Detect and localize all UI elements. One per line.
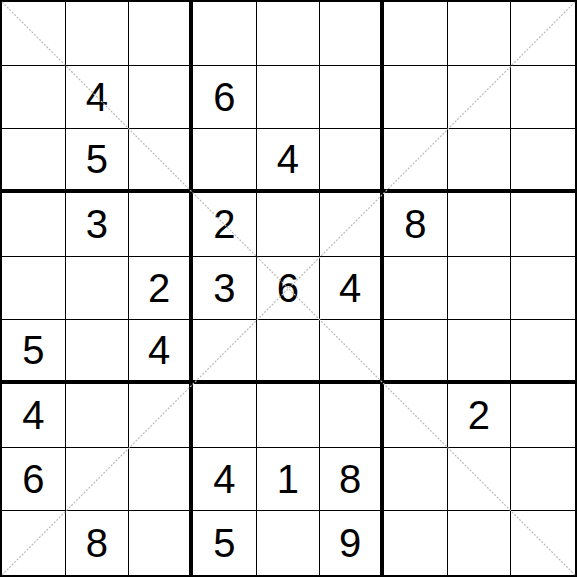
cell-r9c7[interactable] xyxy=(384,511,448,575)
cell-r2c3[interactable] xyxy=(129,66,193,130)
cell-r6c7[interactable] xyxy=(384,320,448,384)
cell-r4c6[interactable] xyxy=(320,193,384,257)
cell-r1c3[interactable] xyxy=(129,2,193,66)
cell-r2c2[interactable]: 4 xyxy=(66,66,130,130)
cell-r8c7[interactable] xyxy=(384,448,448,512)
cell-r9c5[interactable] xyxy=(257,511,321,575)
cell-r5c6[interactable]: 4 xyxy=(320,257,384,321)
cell-r7c1[interactable]: 4 xyxy=(2,384,66,448)
cell-r5c9[interactable] xyxy=(511,257,575,321)
cell-r5c5[interactable]: 6 xyxy=(257,257,321,321)
cell-r6c4[interactable] xyxy=(193,320,257,384)
cell-r4c2[interactable]: 3 xyxy=(66,193,130,257)
cell-r3c1[interactable] xyxy=(2,129,66,193)
cell-r6c3[interactable]: 4 xyxy=(129,320,193,384)
cell-r6c2[interactable] xyxy=(66,320,130,384)
cell-r4c9[interactable] xyxy=(511,193,575,257)
sudoku-grid: 4654328236454426418859 xyxy=(0,0,577,577)
cell-r6c9[interactable] xyxy=(511,320,575,384)
cell-r3c7[interactable] xyxy=(384,129,448,193)
cell-r7c8[interactable]: 2 xyxy=(448,384,512,448)
cell-r8c9[interactable] xyxy=(511,448,575,512)
cell-r7c7[interactable] xyxy=(384,384,448,448)
cell-r2c7[interactable] xyxy=(384,66,448,130)
cell-r1c2[interactable] xyxy=(66,2,130,66)
cell-r5c7[interactable] xyxy=(384,257,448,321)
cell-r9c3[interactable] xyxy=(129,511,193,575)
cell-r6c5[interactable] xyxy=(257,320,321,384)
cell-r4c1[interactable] xyxy=(2,193,66,257)
cell-r3c3[interactable] xyxy=(129,129,193,193)
cell-r1c5[interactable] xyxy=(257,2,321,66)
cell-r9c4[interactable]: 5 xyxy=(193,511,257,575)
cell-r3c2[interactable]: 5 xyxy=(66,129,130,193)
cell-r2c5[interactable] xyxy=(257,66,321,130)
cell-r1c9[interactable] xyxy=(511,2,575,66)
cell-r1c8[interactable] xyxy=(448,2,512,66)
cell-r9c8[interactable] xyxy=(448,511,512,575)
cell-r7c5[interactable] xyxy=(257,384,321,448)
cell-r3c8[interactable] xyxy=(448,129,512,193)
cell-r9c1[interactable] xyxy=(2,511,66,575)
cell-r6c8[interactable] xyxy=(448,320,512,384)
cell-r8c8[interactable] xyxy=(448,448,512,512)
cell-r1c6[interactable] xyxy=(320,2,384,66)
cell-r3c5[interactable]: 4 xyxy=(257,129,321,193)
cell-r4c5[interactable] xyxy=(257,193,321,257)
cell-r3c6[interactable] xyxy=(320,129,384,193)
cell-r5c4[interactable]: 3 xyxy=(193,257,257,321)
cell-r1c4[interactable] xyxy=(193,2,257,66)
cell-r8c6[interactable]: 8 xyxy=(320,448,384,512)
cell-r4c8[interactable] xyxy=(448,193,512,257)
cell-r4c4[interactable]: 2 xyxy=(193,193,257,257)
cell-r7c2[interactable] xyxy=(66,384,130,448)
cell-r7c4[interactable] xyxy=(193,384,257,448)
cell-r2c9[interactable] xyxy=(511,66,575,130)
cell-r8c4[interactable]: 4 xyxy=(193,448,257,512)
cell-r7c6[interactable] xyxy=(320,384,384,448)
cell-r5c1[interactable] xyxy=(2,257,66,321)
cell-r5c8[interactable] xyxy=(448,257,512,321)
cell-r4c7[interactable]: 8 xyxy=(384,193,448,257)
cell-r8c2[interactable] xyxy=(66,448,130,512)
cell-r7c9[interactable] xyxy=(511,384,575,448)
cell-r5c2[interactable] xyxy=(66,257,130,321)
cell-r4c3[interactable] xyxy=(129,193,193,257)
cell-r3c4[interactable] xyxy=(193,129,257,193)
cell-r2c6[interactable] xyxy=(320,66,384,130)
cell-r8c5[interactable]: 1 xyxy=(257,448,321,512)
cell-r9c2[interactable]: 8 xyxy=(66,511,130,575)
cell-r6c1[interactable]: 5 xyxy=(2,320,66,384)
cell-r6c6[interactable] xyxy=(320,320,384,384)
cell-r9c9[interactable] xyxy=(511,511,575,575)
cell-r9c6[interactable]: 9 xyxy=(320,511,384,575)
cell-r2c8[interactable] xyxy=(448,66,512,130)
sudoku-board: 4654328236454426418859 xyxy=(0,0,577,577)
cell-r1c7[interactable] xyxy=(384,2,448,66)
cell-r3c9[interactable] xyxy=(511,129,575,193)
cell-r7c3[interactable] xyxy=(129,384,193,448)
cell-r8c1[interactable]: 6 xyxy=(2,448,66,512)
cell-r2c1[interactable] xyxy=(2,66,66,130)
cell-r1c1[interactable] xyxy=(2,2,66,66)
cell-r5c3[interactable]: 2 xyxy=(129,257,193,321)
cell-r8c3[interactable] xyxy=(129,448,193,512)
cell-r2c4[interactable]: 6 xyxy=(193,66,257,130)
